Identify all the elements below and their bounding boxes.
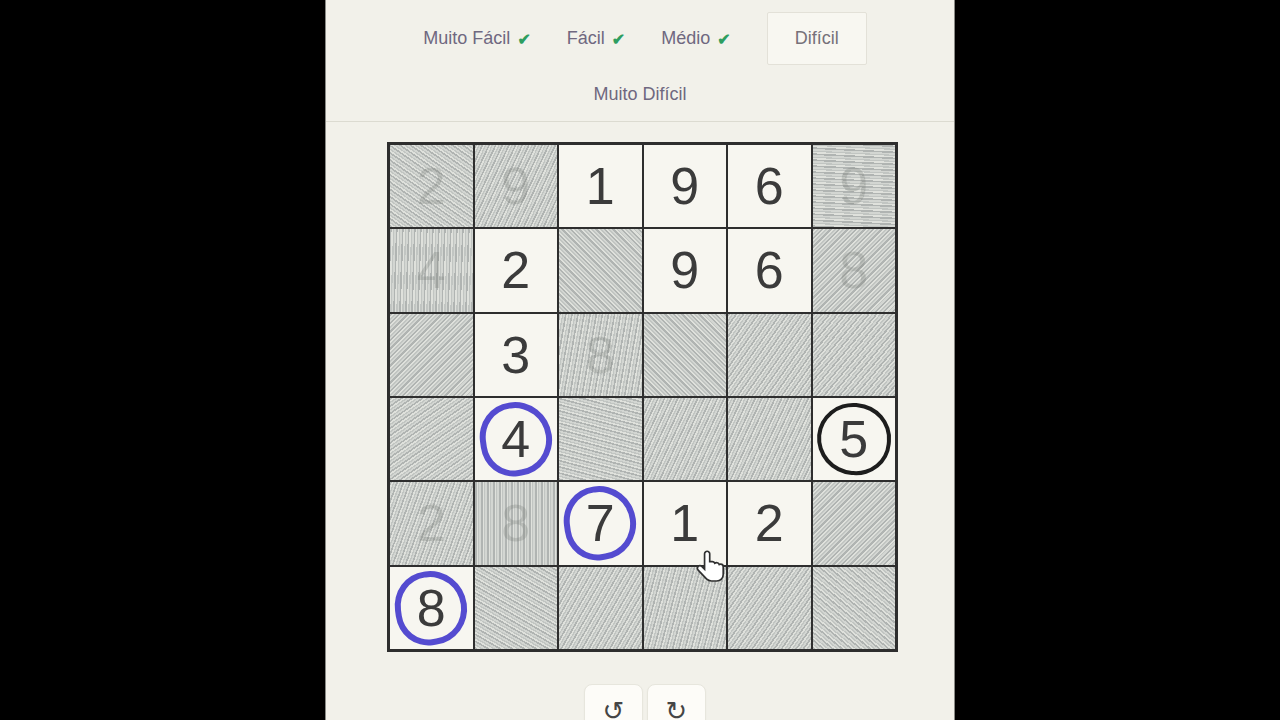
app-content: Muito Fácil ✔ Fácil ✔ Médio ✔ Difícil Mu…: [325, 0, 955, 720]
tab-medio-label: Médio: [661, 28, 710, 49]
board-cell-r1c6[interactable]: 9: [813, 145, 896, 227]
redo-button[interactable]: ↻: [647, 684, 706, 720]
board-cell-r6c6[interactable]: [813, 567, 896, 649]
cell-number: 9: [670, 160, 699, 212]
cell-number: 9: [839, 160, 868, 212]
cell-number: 2: [417, 160, 446, 212]
tab-dificil-selected[interactable]: Difícil: [767, 12, 867, 65]
board-cell-r4c3[interactable]: [559, 398, 642, 480]
board-cell-r5c3[interactable]: 7: [559, 482, 642, 564]
board-cell-r6c3[interactable]: [559, 567, 642, 649]
cell-number: 6: [755, 244, 784, 296]
board-cell-r2c6[interactable]: 8: [813, 229, 896, 311]
board-cell-r4c1[interactable]: [390, 398, 473, 480]
cell-number: 9: [670, 244, 699, 296]
cell-number: 8: [586, 329, 615, 381]
tab-muito-dificil-label: Muito Difícil: [593, 84, 686, 104]
cell-number: 7: [586, 497, 615, 549]
tab-muito-facil-label: Muito Fácil: [423, 28, 510, 49]
cell-number: 1: [670, 497, 699, 549]
board-cell-r1c1[interactable]: 2: [390, 145, 473, 227]
board-cell-r1c5[interactable]: 6: [728, 145, 811, 227]
board-cell-r2c2[interactable]: 2: [475, 229, 558, 311]
hitori-board: 291969429683845287128: [387, 142, 898, 652]
board-cell-r5c1[interactable]: 2: [390, 482, 473, 564]
difficulty-tabs: Muito Fácil ✔ Fácil ✔ Médio ✔ Difícil: [326, 12, 954, 65]
tab-facil-label: Fácil: [567, 28, 605, 49]
board-cell-r4c4[interactable]: [644, 398, 727, 480]
cell-number: 2: [501, 244, 530, 296]
cell-number: 8: [839, 244, 868, 296]
cell-number: 5: [839, 413, 868, 465]
board-cell-r3c1[interactable]: [390, 314, 473, 396]
tab-dificil-label: Difícil: [795, 28, 839, 49]
tab-medio[interactable]: Médio ✔: [661, 28, 730, 49]
redo-icon: ↻: [666, 696, 688, 720]
cell-number: 8: [501, 497, 530, 549]
cell-number: 2: [755, 497, 784, 549]
board-cell-r1c2[interactable]: 9: [475, 145, 558, 227]
undo-redo-controls: ↺ ↻: [584, 684, 706, 720]
checkmark-icon: ✔: [717, 30, 730, 49]
board-cell-r1c3[interactable]: 1: [559, 145, 642, 227]
board-cell-r2c3[interactable]: [559, 229, 642, 311]
board-cell-r5c4[interactable]: 1: [644, 482, 727, 564]
board-cell-r2c1[interactable]: 4: [390, 229, 473, 311]
undo-icon: ↺: [603, 696, 625, 720]
cell-number: 4: [417, 244, 446, 296]
cell-number: 8: [417, 582, 446, 634]
checkmark-icon: ✔: [517, 30, 530, 49]
board-cell-r4c5[interactable]: [728, 398, 811, 480]
board-cell-r5c2[interactable]: 8: [475, 482, 558, 564]
board-cell-r6c4[interactable]: [644, 567, 727, 649]
board-cell-r4c6[interactable]: 5: [813, 398, 896, 480]
cell-number: 3: [501, 329, 530, 381]
board-cell-r6c2[interactable]: [475, 567, 558, 649]
board-cell-r3c5[interactable]: [728, 314, 811, 396]
tab-muito-facil[interactable]: Muito Fácil ✔: [423, 28, 530, 49]
undo-button[interactable]: ↺: [584, 684, 643, 720]
board-cell-r3c6[interactable]: [813, 314, 896, 396]
board-cell-r2c5[interactable]: 6: [728, 229, 811, 311]
tab-muito-dificil[interactable]: Muito Difícil: [326, 84, 954, 105]
board-cell-r5c6[interactable]: [813, 482, 896, 564]
cell-number: 9: [501, 160, 530, 212]
header-divider: [326, 121, 954, 122]
cell-number: 6: [755, 160, 784, 212]
board-cell-r3c2[interactable]: 3: [475, 314, 558, 396]
checkmark-icon: ✔: [612, 30, 625, 49]
board-cell-r3c3[interactable]: 8: [559, 314, 642, 396]
board-cell-r2c4[interactable]: 9: [644, 229, 727, 311]
cell-number: 1: [586, 160, 615, 212]
letterboxed-stage: Muito Fácil ✔ Fácil ✔ Médio ✔ Difícil Mu…: [0, 0, 1280, 720]
board-cell-r6c5[interactable]: [728, 567, 811, 649]
board-cell-r3c4[interactable]: [644, 314, 727, 396]
board-cell-r6c1[interactable]: 8: [390, 567, 473, 649]
board-cell-r5c5[interactable]: 2: [728, 482, 811, 564]
cell-number: 4: [501, 413, 530, 465]
cell-number: 2: [417, 497, 446, 549]
board-cell-r4c2[interactable]: 4: [475, 398, 558, 480]
board-cell-r1c4[interactable]: 9: [644, 145, 727, 227]
tab-facil[interactable]: Fácil ✔: [567, 28, 625, 49]
